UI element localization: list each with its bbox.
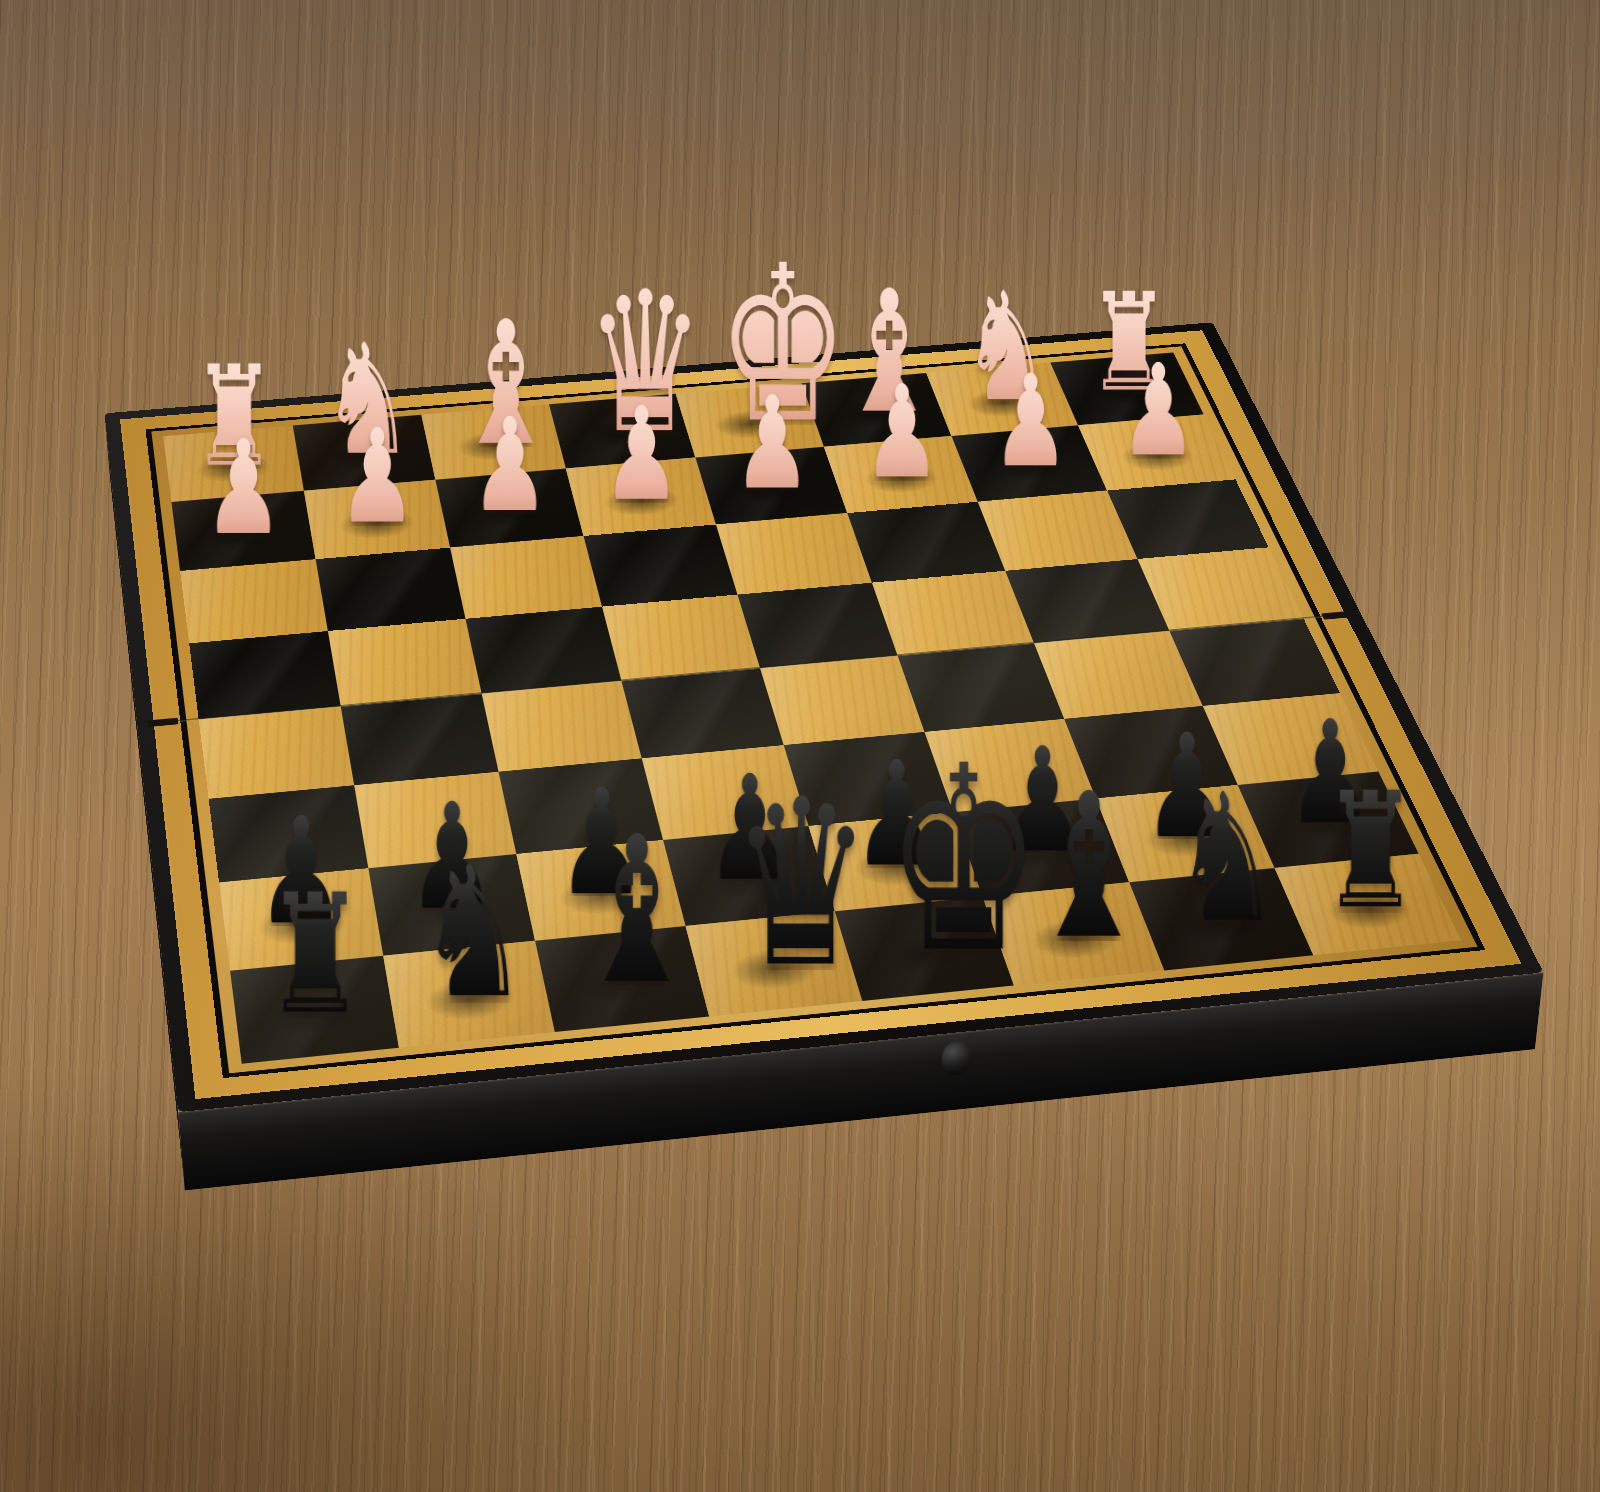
square-r3c1	[328, 619, 482, 706]
piece-wP-r1c1: ♟	[311, 395, 445, 525]
square-r3c6	[1005, 559, 1169, 643]
piece-wP-r1c2: ♟	[444, 384, 577, 513]
piece-bQ-r7c3: ♛	[698, 740, 852, 970]
square-r2c7	[1107, 479, 1269, 559]
square-r1c3: ♟	[566, 458, 716, 536]
square-r3c0	[189, 631, 341, 719]
piece-glyph-bB: ♝	[1028, 766, 1150, 966]
square-r1c5: ♟	[824, 436, 978, 513]
piece-glyph-bN: ♞	[418, 843, 529, 1025]
square-r7c6: ♞	[1129, 868, 1313, 970]
piece-glyph-bQ: ♛	[731, 770, 871, 1000]
piece-glyph-bB: ♝	[575, 809, 699, 1012]
piece-glyph-bK: ♚	[886, 733, 1042, 989]
square-r1c4: ♟	[695, 447, 847, 525]
piece-glyph-bN: ♞	[1173, 771, 1281, 949]
piece-glyph-wP: ♟	[338, 412, 417, 542]
square-r7c2: ♝	[535, 926, 709, 1032]
piece-bB-r7c2: ♝	[546, 783, 700, 986]
piece-glyph-wP: ♟	[602, 390, 680, 519]
piece-glyph-wP: ♟	[992, 357, 1070, 484]
square-r3c3	[602, 595, 760, 681]
piece-bN-r7c6: ♞	[1147, 748, 1299, 926]
square-r2c4	[716, 513, 872, 594]
square-r2c2	[450, 536, 602, 619]
piece-glyph-wP: ♟	[204, 423, 283, 553]
piece-bR-r7c0: ♜	[237, 852, 393, 1017]
piece-wP-r1c4: ♟	[706, 362, 838, 490]
piece-glyph-bR: ♜	[1321, 772, 1418, 932]
square-r1c0: ♟	[171, 491, 315, 571]
piece-wP-r1c5: ♟	[836, 352, 968, 480]
piece-bN-r7c1: ♞	[392, 819, 547, 1001]
latch-knob	[942, 1040, 971, 1077]
piece-glyph-bR: ♜	[265, 873, 365, 1038]
piece-glyph-wP: ♟	[1120, 347, 1197, 474]
piece-bR-r7c7: ♜	[1295, 751, 1446, 911]
piece-wP-r1c0: ♟	[177, 406, 311, 536]
piece-glyph-wP: ♟	[863, 368, 941, 496]
square-r2c3	[584, 525, 738, 607]
piece-glyph-wP: ♟	[733, 379, 811, 507]
square-r2c0	[180, 559, 328, 643]
square-r1c7: ♟	[1078, 414, 1235, 490]
piece-wP-r1c6: ♟	[965, 341, 1096, 468]
square-r1c6: ♟	[951, 425, 1107, 502]
square-r7c3: ♛	[686, 911, 863, 1016]
square-r3c2	[465, 607, 621, 694]
square-r7c0: ♜	[230, 956, 399, 1064]
square-r1c2: ♟	[435, 469, 583, 548]
hinge-notch-left	[147, 718, 178, 727]
square-r3c4	[737, 583, 897, 668]
piece-glyph-wP: ♟	[471, 401, 550, 530]
square-r2c1	[316, 548, 466, 631]
piece-wP-r1c3: ♟	[575, 373, 708, 502]
piece-wP-r1c7: ♟	[1093, 330, 1224, 457]
squares-grid: ♜♞♝♛♚♝♞♜♟♟♟♟♟♟♟♟♟♟♟♟♟♟♟♟♜♞♝♛♚♝♞♜	[163, 352, 1461, 1063]
square-r7c1: ♞	[383, 941, 555, 1048]
square-r1c1: ♟	[304, 480, 450, 560]
square-r2c5	[847, 502, 1005, 583]
piece-bK-r7c4: ♚	[849, 700, 1002, 956]
